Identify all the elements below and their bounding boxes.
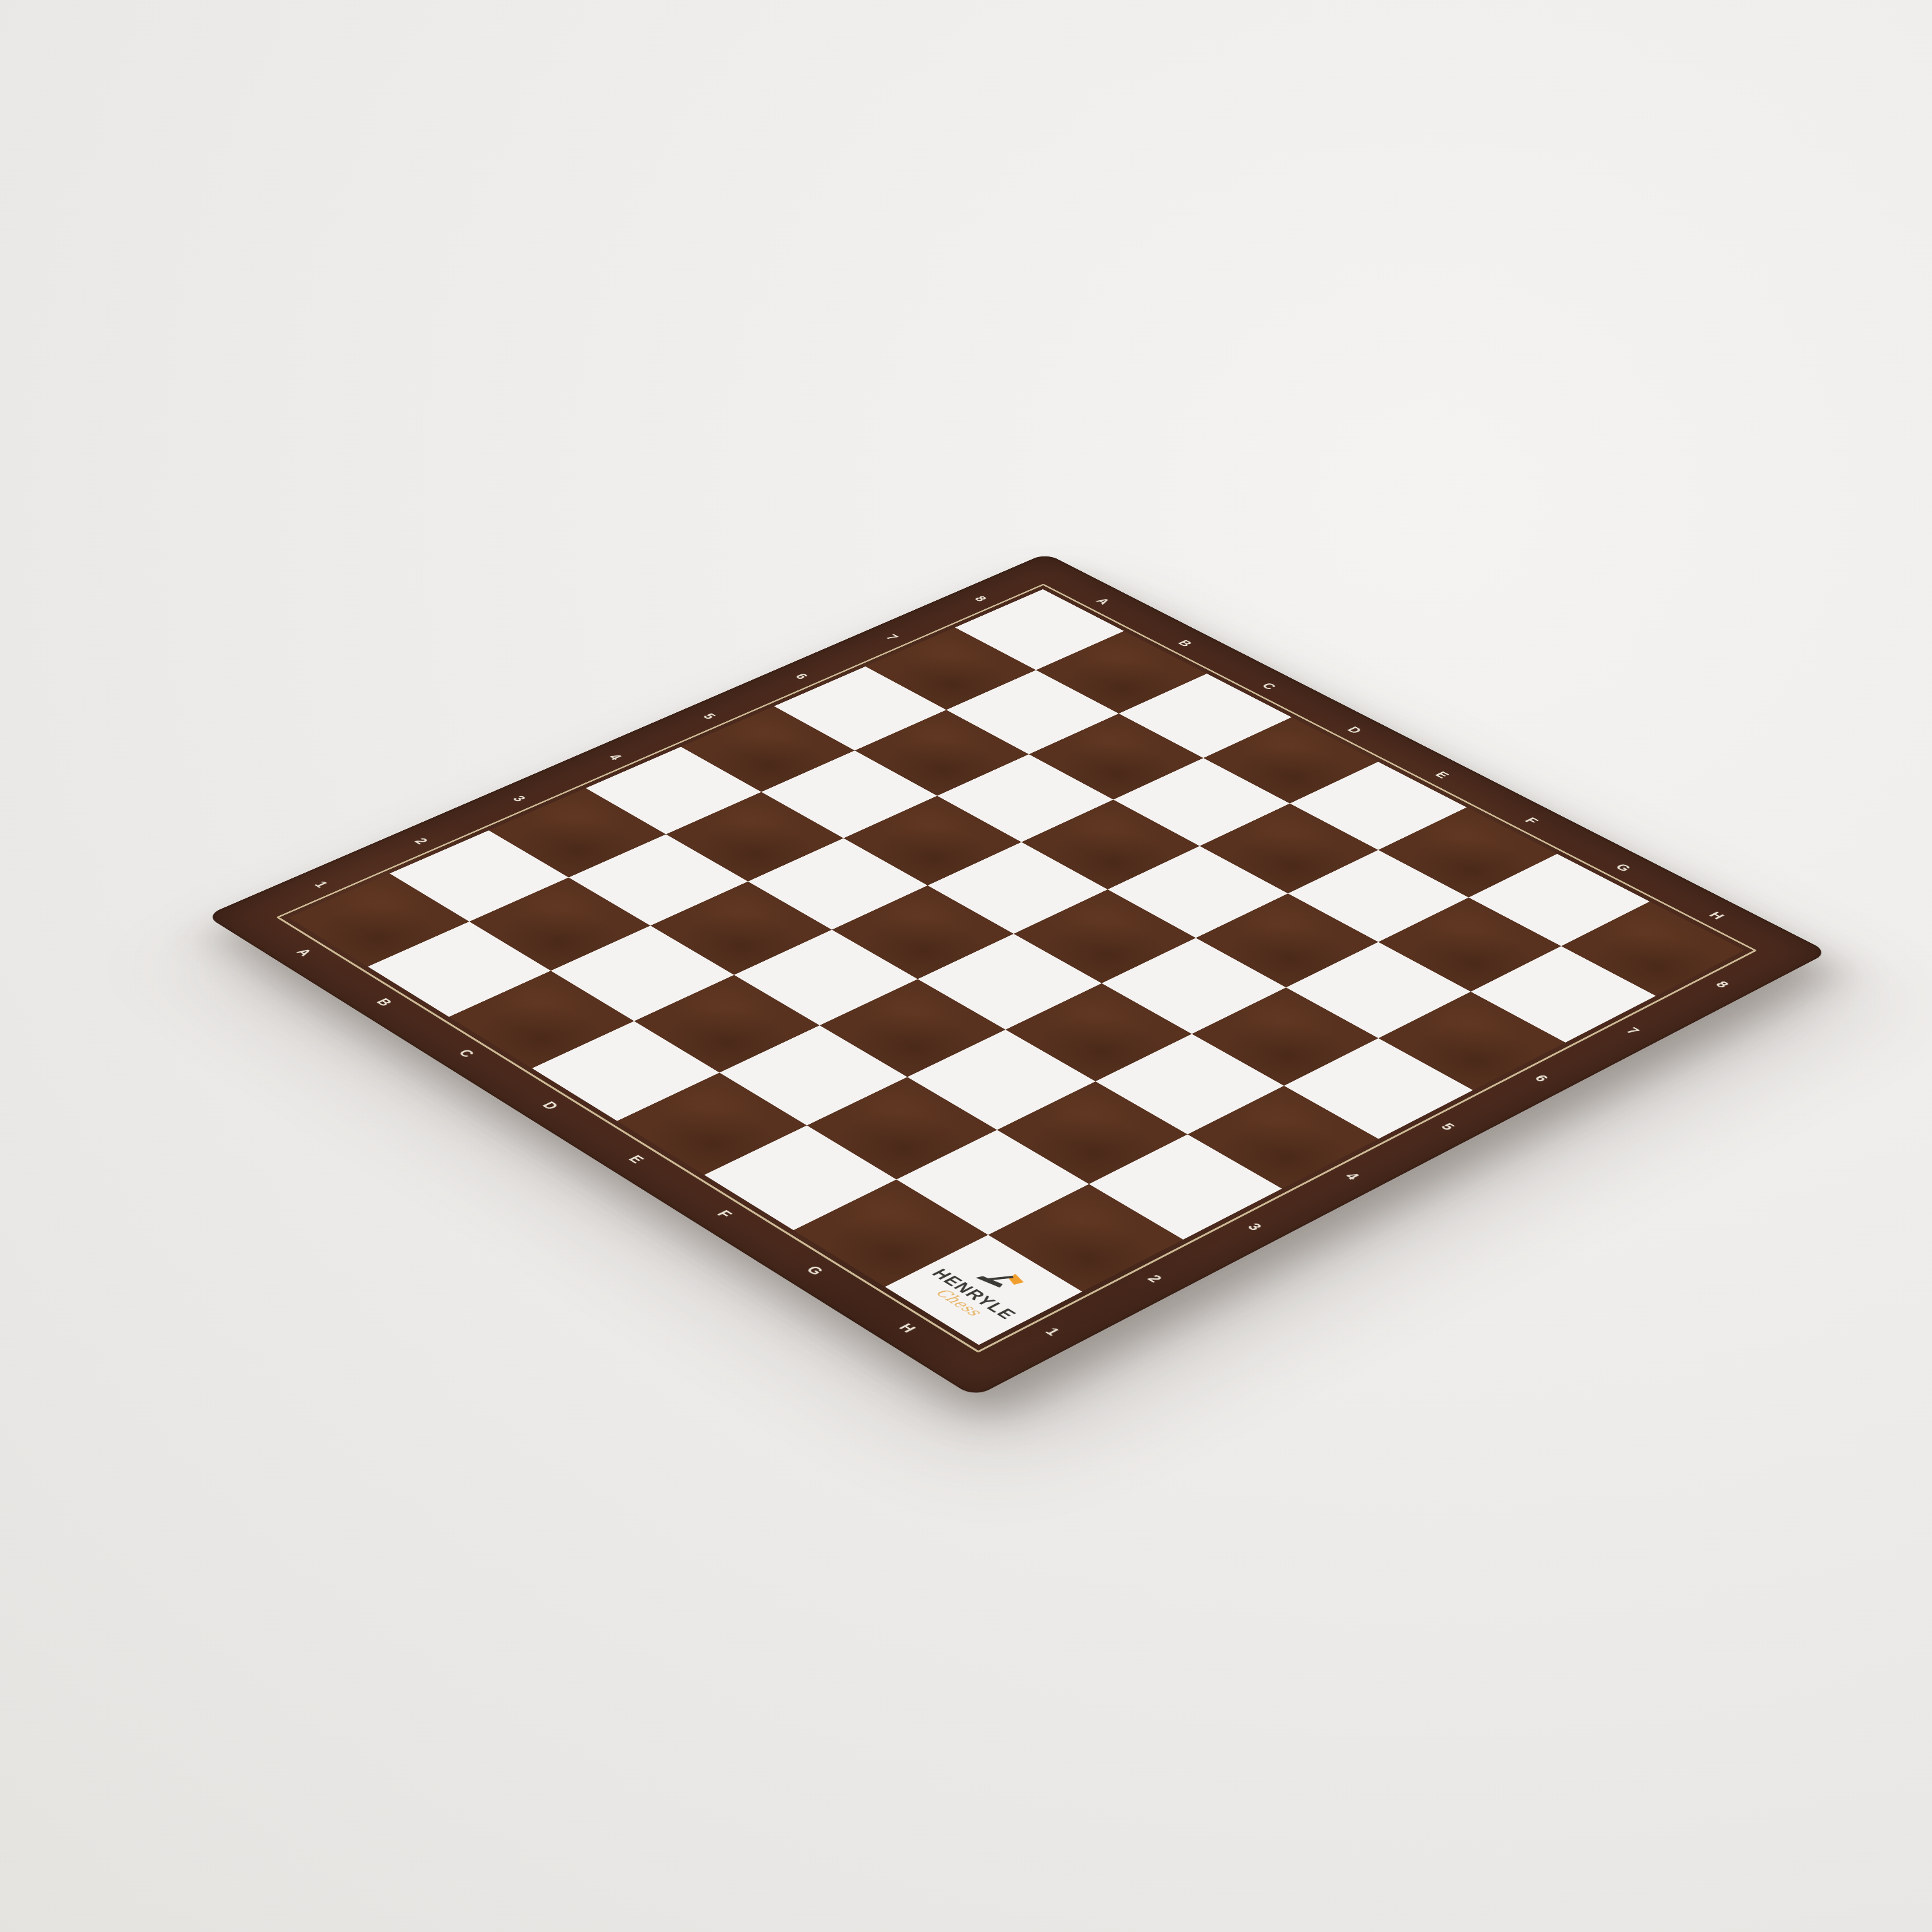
chess-board-mat: HENRYLE Chess AABBCCDDEEFFGGHH1122334455…	[205, 553, 1829, 1397]
file-label-top-d: D	[1345, 725, 1364, 735]
rank-label-left-2: 2	[412, 837, 431, 846]
rank-label-right-2: 2	[1145, 1273, 1165, 1284]
rank-label-left-7: 7	[884, 633, 901, 641]
file-label-top-g: G	[1613, 862, 1633, 873]
rank-label-left-4: 4	[606, 753, 624, 761]
file-label-bottom-f: F	[714, 1209, 735, 1220]
rank-label-right-3: 3	[1245, 1222, 1265, 1233]
rank-label-left-1: 1	[312, 880, 330, 889]
file-label-bottom-e: E	[626, 1153, 647, 1164]
rank-label-right-8: 8	[1713, 980, 1732, 989]
rank-label-left-3: 3	[510, 794, 528, 803]
file-label-top-e: E	[1433, 770, 1452, 779]
file-label-bottom-a: A	[294, 947, 314, 958]
file-label-top-f: F	[1522, 816, 1541, 825]
rank-label-right-4: 4	[1343, 1171, 1362, 1181]
rank-label-right-6: 6	[1532, 1073, 1551, 1083]
rank-label-right-5: 5	[1439, 1121, 1458, 1132]
board-grid: HENRYLE Chess	[289, 589, 1745, 1345]
file-label-bottom-b: B	[374, 997, 395, 1008]
file-label-top-c: C	[1260, 681, 1279, 690]
rank-label-left-6: 6	[793, 672, 810, 681]
file-label-top-b: B	[1176, 639, 1195, 648]
file-label-top-h: H	[1707, 911, 1727, 921]
rank-label-left-8: 8	[972, 594, 990, 602]
rank-label-right-7: 7	[1624, 1026, 1642, 1036]
studio-backdrop: HENRYLE Chess AABBCCDDEEFFGGHH1122334455…	[0, 0, 1932, 1932]
file-label-bottom-g: G	[804, 1264, 827, 1276]
file-label-bottom-h: H	[896, 1321, 919, 1334]
file-label-bottom-d: D	[540, 1100, 561, 1112]
file-label-top-a: A	[1094, 597, 1112, 606]
rank-label-left-5: 5	[701, 712, 719, 721]
rank-label-right-1: 1	[1043, 1326, 1063, 1337]
file-label-bottom-c: C	[456, 1048, 477, 1059]
